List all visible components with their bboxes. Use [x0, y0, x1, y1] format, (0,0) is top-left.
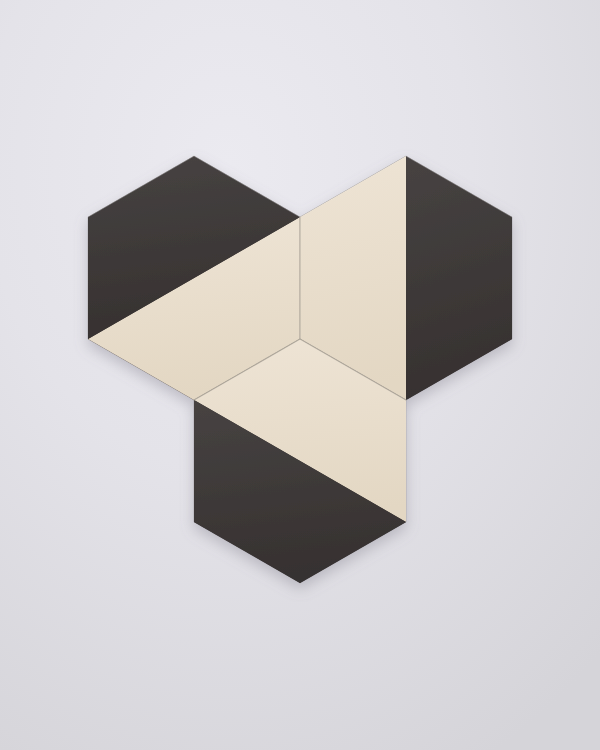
tile-scene	[0, 0, 600, 750]
photo-canvas	[0, 0, 600, 750]
